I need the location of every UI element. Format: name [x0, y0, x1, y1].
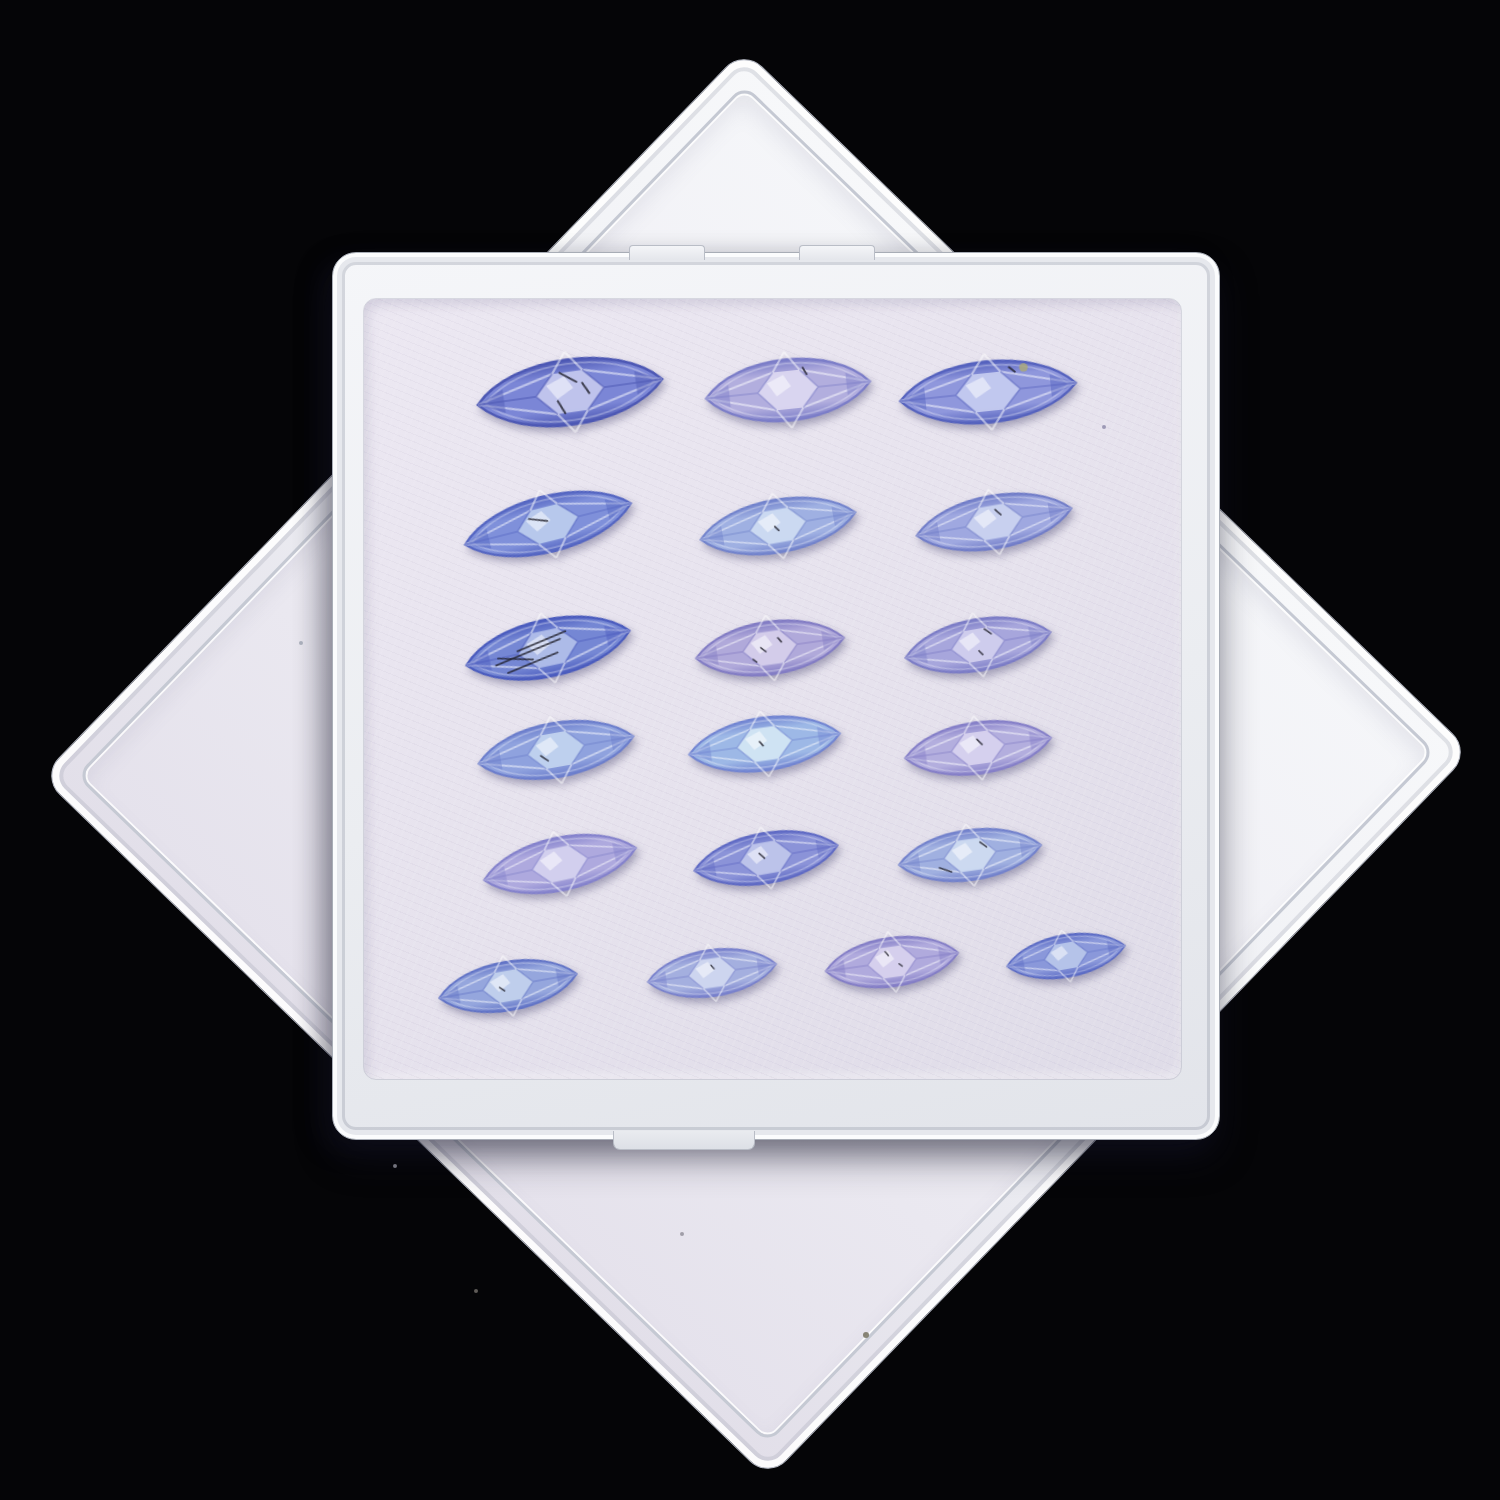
- gem-2: [700, 336, 876, 443]
- gem-1: [469, 331, 671, 453]
- dust-speck-4: [474, 1289, 478, 1293]
- gem-11: [682, 695, 846, 794]
- photo-backdrop: [0, 0, 1500, 1500]
- gem-16: [432, 938, 584, 1034]
- gem-7: [456, 589, 640, 707]
- gem-13: [475, 809, 646, 918]
- gem-17: [642, 930, 782, 1016]
- gem-6: [908, 470, 1079, 575]
- gem-9: [898, 595, 1059, 696]
- dust-speck-5: [1102, 425, 1106, 429]
- dust-speck-6: [680, 1232, 684, 1236]
- gem-10: [470, 697, 641, 804]
- dust-speck-1: [299, 641, 303, 645]
- dust-speck-2: [393, 1164, 397, 1168]
- gem-3: [894, 338, 1082, 446]
- gem-15: [893, 808, 1048, 902]
- gem-8: [689, 599, 850, 697]
- gem-18: [820, 917, 965, 1007]
- gem-14: [687, 809, 846, 908]
- gem-19: [1001, 915, 1132, 997]
- gem-4: [454, 463, 643, 585]
- gems-layer: [0, 0, 1500, 1500]
- gem-12: [898, 700, 1057, 796]
- dust-speck-3: [863, 1332, 869, 1338]
- gem-5: [692, 474, 863, 579]
